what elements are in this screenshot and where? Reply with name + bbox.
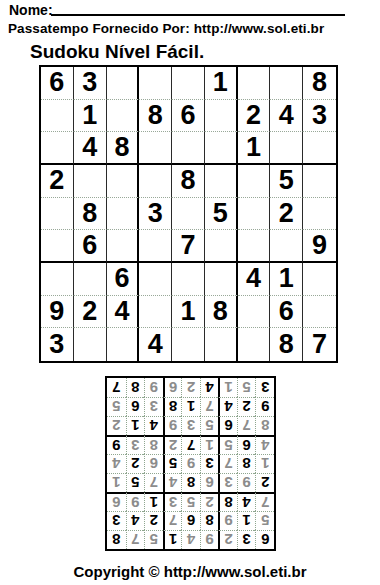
solution-cell-r7c7: 4 <box>144 416 163 435</box>
puzzle-cell-r5c8: 2 <box>270 198 303 231</box>
solution-cell-r5c2: 8 <box>237 454 256 473</box>
solution-cell-r8c4: 7 <box>200 397 219 416</box>
solution-cell-r4c5: 8 <box>181 473 200 492</box>
solution-cell-r7c3: 6 <box>218 416 237 435</box>
puzzle-cell-r6c2: 6 <box>74 230 107 263</box>
puzzle-cell-r7c7: 4 <box>238 263 271 296</box>
puzzle-cell-r7c2[interactable] <box>74 263 107 296</box>
puzzle-cell-r1c2: 3 <box>74 67 107 100</box>
puzzle-cell-r6c4[interactable] <box>139 230 172 263</box>
puzzle-cell-r9c5[interactable] <box>172 328 205 361</box>
solution-cell-r7c6: 9 <box>163 416 182 435</box>
solution-cell-r8c5: 1 <box>181 397 200 416</box>
puzzle-cell-r5c1[interactable] <box>41 198 74 231</box>
solution-cell-r3c6: 3 <box>163 492 182 511</box>
puzzle-cell-r4c8: 5 <box>270 165 303 198</box>
puzzle-cell-r8c6: 8 <box>205 296 238 329</box>
puzzle-cell-r8c5: 1 <box>172 296 205 329</box>
puzzle-cell-r9c6[interactable] <box>205 328 238 361</box>
solution-cell-r5c5: 9 <box>181 454 200 473</box>
puzzle-cell-r5c2: 8 <box>74 198 107 231</box>
puzzle-cell-r1c7[interactable] <box>238 67 271 100</box>
copyright-line: Copyright © http://www.sol.eti.br <box>0 563 380 580</box>
puzzle-cell-r7c8: 1 <box>270 263 303 296</box>
solution-cell-r5c4: 3 <box>200 454 219 473</box>
puzzle-cell-r3c4[interactable] <box>139 132 172 165</box>
name-fill-line <box>51 14 345 16</box>
solution-cell-r7c4: 5 <box>200 416 219 435</box>
solution-cell-r8c1: 9 <box>255 397 274 416</box>
solution-cell-r1c6: 1 <box>163 530 182 549</box>
puzzle-cell-r3c5[interactable] <box>172 132 205 165</box>
puzzle-cell-r9c4: 4 <box>139 328 172 361</box>
solution-cell-r3c4: 2 <box>200 492 219 511</box>
solution-cell-r1c4: 9 <box>200 530 219 549</box>
puzzle-cell-r6c7[interactable] <box>238 230 271 263</box>
solution-cell-r6c6: 2 <box>163 435 182 454</box>
solution-cell-r7c1: 8 <box>255 416 274 435</box>
puzzle-cell-r2c2: 1 <box>74 100 107 133</box>
puzzle-cell-r6c6[interactable] <box>205 230 238 263</box>
solution-cell-r1c5: 4 <box>181 530 200 549</box>
puzzle-cell-r5c7[interactable] <box>238 198 271 231</box>
puzzle-cell-r2c6[interactable] <box>205 100 238 133</box>
solution-cell-r4c1: 2 <box>255 473 274 492</box>
solution-cell-r1c9: 8 <box>107 530 126 549</box>
puzzle-cell-r4c1: 2 <box>41 165 74 198</box>
solution-cell-r1c8: 7 <box>126 530 145 549</box>
solution-cell-r6c8: 3 <box>126 435 145 454</box>
puzzle-cell-r8c1: 9 <box>41 296 74 329</box>
solution-cell-r5c9: 4 <box>107 454 126 473</box>
puzzle-cell-r2c7: 2 <box>238 100 271 133</box>
page-title: Sudoku Nível Fácil. <box>30 41 204 63</box>
puzzle-cell-r5c6: 5 <box>205 198 238 231</box>
solution-cell-r9c1: 3 <box>255 378 274 397</box>
puzzle-cell-r7c6[interactable] <box>205 263 238 296</box>
solution-cell-r3c9: 6 <box>107 492 126 511</box>
puzzle-cell-r6c3[interactable] <box>107 230 140 263</box>
solution-cell-r1c3: 2 <box>218 530 237 549</box>
name-label: Nome: <box>9 2 53 18</box>
puzzle-cell-r6c8[interactable] <box>270 230 303 263</box>
puzzle-cell-r3c9[interactable] <box>303 132 336 165</box>
solution-cell-r5c8: 2 <box>126 454 145 473</box>
solution-cell-r4c3: 3 <box>218 473 237 492</box>
solution-cell-r5c3: 7 <box>218 454 237 473</box>
solution-cell-r1c7: 5 <box>144 530 163 549</box>
solution-cell-r8c2: 2 <box>237 397 256 416</box>
solution-cell-r9c9: 7 <box>107 378 126 397</box>
solution-cell-r6c1: 4 <box>255 435 274 454</box>
solution-cell-r9c4: 4 <box>200 378 219 397</box>
puzzle-cell-r5c3[interactable] <box>107 198 140 231</box>
solution-cell-r4c6: 4 <box>163 473 182 492</box>
solution-cell-r8c6: 8 <box>163 397 182 416</box>
solution-cell-r5c7: 6 <box>144 454 163 473</box>
solution-cell-r7c9: 2 <box>107 416 126 435</box>
solution-cell-r2c9: 3 <box>107 511 126 530</box>
solution-cell-r2c1: 5 <box>255 511 274 530</box>
solution-cell-r4c9: 1 <box>107 473 126 492</box>
solution-cell-r2c4: 8 <box>200 511 219 530</box>
puzzle-cell-r2c9: 3 <box>303 100 336 133</box>
solution-cell-r1c2: 3 <box>237 530 256 549</box>
puzzle-cell-r8c8: 6 <box>270 296 303 329</box>
solution-cell-r9c7: 9 <box>144 378 163 397</box>
puzzle-cell-r1c8[interactable] <box>270 67 303 100</box>
puzzle-cell-r6c1[interactable] <box>41 230 74 263</box>
puzzle-cell-r9c8: 8 <box>270 328 303 361</box>
puzzle-cell-r8c9[interactable] <box>303 296 336 329</box>
solution-cell-r9c2: 5 <box>237 378 256 397</box>
solution-cell-r6c2: 6 <box>237 435 256 454</box>
solution-cell-r7c8: 1 <box>126 416 145 435</box>
solution-cell-r3c7: 1 <box>144 492 163 511</box>
puzzle-cell-r4c7[interactable] <box>238 165 271 198</box>
solution-cell-r8c3: 4 <box>218 397 237 416</box>
solution-cell-r5c6: 5 <box>163 454 182 473</box>
puzzle-cell-r9c1: 3 <box>41 328 74 361</box>
solution-cell-r4c4: 6 <box>200 473 219 492</box>
solution-cell-r6c3: 5 <box>218 435 237 454</box>
puzzle-cell-r3c1[interactable] <box>41 132 74 165</box>
puzzle-cell-r5c5[interactable] <box>172 198 205 231</box>
puzzle-cell-r6c9: 9 <box>303 230 336 263</box>
puzzle-cell-r3c2: 4 <box>74 132 107 165</box>
solution-cell-r4c8: 5 <box>126 473 145 492</box>
solution-cell-r4c7: 7 <box>144 473 163 492</box>
puzzle-cell-r4c2[interactable] <box>74 165 107 198</box>
puzzle-cell-r7c5[interactable] <box>172 263 205 296</box>
puzzle-cell-r1c4[interactable] <box>139 67 172 100</box>
puzzle-cell-r7c4[interactable] <box>139 263 172 296</box>
solution-cell-r7c2: 7 <box>237 416 256 435</box>
puzzle-cell-r1c6: 1 <box>205 67 238 100</box>
puzzle-cell-r8c4[interactable] <box>139 296 172 329</box>
puzzle-cell-r4c6[interactable] <box>205 165 238 198</box>
puzzle-grid: 631818624348128583526796419241863487 <box>39 65 338 363</box>
puzzle-cell-r2c5: 6 <box>172 100 205 133</box>
solution-cell-r9c5: 2 <box>181 378 200 397</box>
puzzle-cell-r4c3[interactable] <box>107 165 140 198</box>
solution-grid: 6329415785198672437482531962936847511873… <box>105 376 276 551</box>
puzzle-cell-r1c9: 8 <box>303 67 336 100</box>
solution-cell-r8c7: 3 <box>144 397 163 416</box>
puzzle-cell-r2c4: 8 <box>139 100 172 133</box>
puzzle-cell-r2c8: 4 <box>270 100 303 133</box>
puzzle-cell-r3c3: 8 <box>107 132 140 165</box>
puzzle-cell-r7c9[interactable] <box>303 263 336 296</box>
puzzle-cell-r9c9: 7 <box>303 328 336 361</box>
solution-cell-r8c8: 6 <box>126 397 145 416</box>
puzzle-cell-r2c1[interactable] <box>41 100 74 133</box>
puzzle-cell-r4c5: 8 <box>172 165 205 198</box>
solution-cell-r2c2: 1 <box>237 511 256 530</box>
solution-cell-r3c2: 4 <box>237 492 256 511</box>
solution-cell-r3c3: 8 <box>218 492 237 511</box>
solution-cell-r6c9: 9 <box>107 435 126 454</box>
puzzle-cell-r3c8[interactable] <box>270 132 303 165</box>
provider-line: Passatempo Fornecido Por: http://www.sol… <box>8 21 324 36</box>
solution-cell-r6c4: 1 <box>200 435 219 454</box>
puzzle-cell-r8c2: 2 <box>74 296 107 329</box>
puzzle-cell-r5c9[interactable] <box>303 198 336 231</box>
solution-cell-r9c6: 6 <box>163 378 182 397</box>
puzzle-cell-r4c4[interactable] <box>139 165 172 198</box>
puzzle-cell-r1c3[interactable] <box>107 67 140 100</box>
solution-cell-r2c7: 2 <box>144 511 163 530</box>
solution-cell-r1c1: 6 <box>255 530 274 549</box>
puzzle-cell-r8c7[interactable] <box>238 296 271 329</box>
puzzle-cell-r5c4: 3 <box>139 198 172 231</box>
solution-cell-r3c5: 5 <box>181 492 200 511</box>
puzzle-cell-r6c5: 7 <box>172 230 205 263</box>
solution-cell-r7c5: 3 <box>181 416 200 435</box>
solution-cell-r2c6: 7 <box>163 511 182 530</box>
puzzle-cell-r3c7: 1 <box>238 132 271 165</box>
puzzle-cell-r3c6[interactable] <box>205 132 238 165</box>
puzzle-cell-r1c5[interactable] <box>172 67 205 100</box>
puzzle-cell-r1c1: 6 <box>41 67 74 100</box>
puzzle-cell-r8c3: 4 <box>107 296 140 329</box>
solution-cell-r9c8: 8 <box>126 378 145 397</box>
puzzle-cell-r9c7[interactable] <box>238 328 271 361</box>
puzzle-cell-r9c2[interactable] <box>74 328 107 361</box>
puzzle-cell-r4c9[interactable] <box>303 165 336 198</box>
puzzle-cell-r7c3: 6 <box>107 263 140 296</box>
solution-cell-r8c9: 5 <box>107 397 126 416</box>
puzzle-cell-r7c1[interactable] <box>41 263 74 296</box>
puzzle-cell-r2c3[interactable] <box>107 100 140 133</box>
puzzle-cell-r9c3[interactable] <box>107 328 140 361</box>
solution-cell-r6c7: 8 <box>144 435 163 454</box>
solution-cell-r2c8: 4 <box>126 511 145 530</box>
solution-cell-r3c8: 9 <box>126 492 145 511</box>
solution-cell-r4c2: 9 <box>237 473 256 492</box>
solution-cell-r5c1: 1 <box>255 454 274 473</box>
solution-cell-r2c5: 6 <box>181 511 200 530</box>
solution-cell-r6c5: 7 <box>181 435 200 454</box>
solution-cell-r3c1: 7 <box>255 492 274 511</box>
solution-cell-r2c3: 9 <box>218 511 237 530</box>
solution-cell-r9c3: 1 <box>218 378 237 397</box>
